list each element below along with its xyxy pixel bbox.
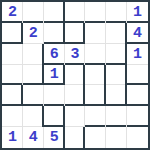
cell-r1c5[interactable] <box>85 2 106 23</box>
cell-r3c7-given-digit: 1 <box>127 44 148 65</box>
cell-r4c2[interactable] <box>23 65 44 86</box>
cell-r6c3[interactable] <box>44 106 65 127</box>
cell-r7c7[interactable] <box>127 127 148 148</box>
cell-r2c6[interactable] <box>106 23 127 44</box>
cell-r1c3[interactable] <box>44 2 65 23</box>
cell-r4c1[interactable] <box>2 65 23 86</box>
cell-r3c6[interactable] <box>106 44 127 65</box>
cell-r6c1[interactable] <box>2 106 23 127</box>
cell-r2c3[interactable] <box>44 23 65 44</box>
cell-r2c2-given-digit: 2 <box>23 23 44 44</box>
cell-r7c3-given-digit: 5 <box>44 127 65 148</box>
cell-r6c2[interactable] <box>23 106 44 127</box>
cell-r7c4[interactable] <box>65 127 86 148</box>
cell-r6c7[interactable] <box>127 106 148 127</box>
cell-r4c6[interactable] <box>106 65 127 86</box>
cell-r4c3-given-digit: 1 <box>44 65 65 86</box>
cell-r1c1-given-digit: 2 <box>2 2 23 23</box>
cell-r6c6[interactable] <box>106 106 127 127</box>
cell-r1c7-given-digit: 1 <box>127 2 148 23</box>
cell-r2c7-given-digit: 4 <box>127 23 148 44</box>
cell-r7c1-given-digit: 1 <box>2 127 23 148</box>
cell-r1c4[interactable] <box>65 2 86 23</box>
cell-r5c1[interactable] <box>2 85 23 106</box>
cell-r2c4[interactable] <box>65 23 86 44</box>
cell-r2c1[interactable] <box>2 23 23 44</box>
cell-r4c5[interactable] <box>85 65 106 86</box>
cell-r3c2[interactable] <box>23 44 44 65</box>
cell-r5c7[interactable] <box>127 85 148 106</box>
cell-r7c2-given-digit: 4 <box>23 127 44 148</box>
cell-r3c1[interactable] <box>2 44 23 65</box>
cell-r6c5[interactable] <box>85 106 106 127</box>
cell-r3c3-given-digit: 6 <box>44 44 65 65</box>
cell-r5c3[interactable] <box>44 85 65 106</box>
cell-r3c4-given-digit: 3 <box>65 44 86 65</box>
cell-r5c5[interactable] <box>85 85 106 106</box>
cell-r5c6[interactable] <box>106 85 127 106</box>
puzzle-board: 21246311145 <box>0 0 150 150</box>
cell-r4c7[interactable] <box>127 65 148 86</box>
cell-r5c4[interactable] <box>65 85 86 106</box>
cell-r6c4[interactable] <box>65 106 86 127</box>
cell-r5c2[interactable] <box>23 85 44 106</box>
cell-r1c6[interactable] <box>106 2 127 23</box>
cell-r2c5[interactable] <box>85 23 106 44</box>
puzzle-page: 21246311145 <box>0 0 150 150</box>
cell-r7c5[interactable] <box>85 127 106 148</box>
cell-r3c5[interactable] <box>85 44 106 65</box>
cell-r7c6[interactable] <box>106 127 127 148</box>
cell-r1c2[interactable] <box>23 2 44 23</box>
cell-r4c4[interactable] <box>65 65 86 86</box>
